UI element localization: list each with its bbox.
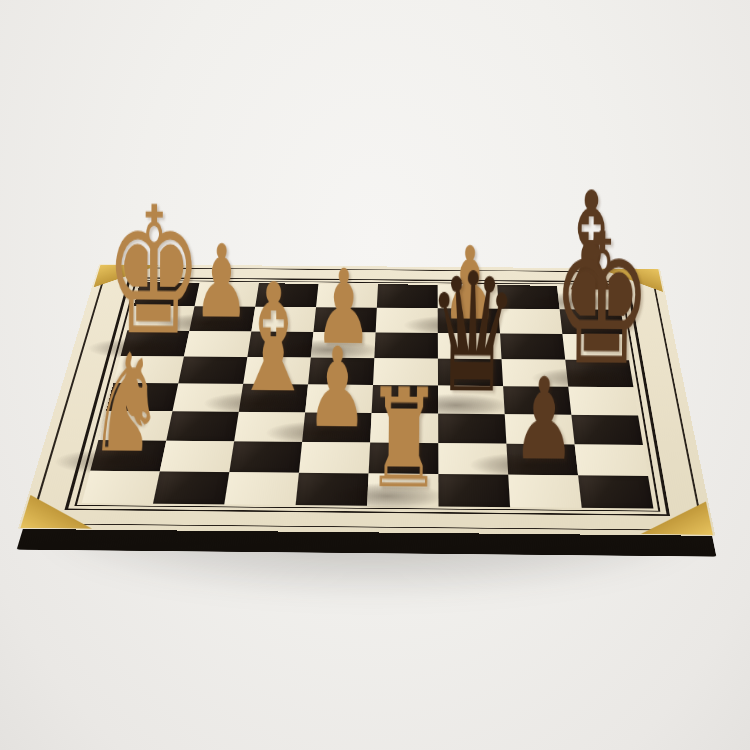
chess-board-grid: ♝♟♟♚♟♚♝♛♟♞♟♜ (82, 282, 654, 508)
square-h2[interactable]: ♞ (90, 440, 166, 471)
black-pawn-b2[interactable]: ♟ (512, 366, 576, 474)
square-c3[interactable] (438, 414, 506, 444)
chess-board: ♝♟♟♚♟♚♝♛♟♞♟♜ (18, 264, 715, 536)
square-g2[interactable] (160, 441, 234, 472)
studio-backdrop: ♝♟♟♚♟♚♝♛♟♞♟♜ (0, 0, 750, 750)
square-b1[interactable] (508, 475, 582, 508)
square-d1[interactable]: ♜ (367, 473, 438, 506)
square-f2[interactable] (229, 441, 302, 472)
square-c4[interactable]: ♛ (438, 386, 505, 415)
white-rook-d1[interactable]: ♜ (365, 374, 442, 505)
white-bishop-f4[interactable]: ♝ (231, 269, 315, 412)
square-b2[interactable]: ♟ (506, 444, 578, 476)
square-f4[interactable]: ♝ (239, 384, 308, 413)
white-knight-h2[interactable]: ♞ (88, 340, 164, 470)
square-g3[interactable] (166, 411, 239, 441)
board-top-surface: ♝♟♟♚♟♚♝♛♟♞♟♜ (18, 264, 715, 536)
square-a4[interactable] (568, 387, 638, 416)
square-f1[interactable] (224, 472, 299, 505)
square-c1[interactable] (438, 474, 510, 507)
square-a1[interactable] (578, 475, 653, 508)
square-a2[interactable] (575, 444, 648, 476)
white-pawn-e3[interactable]: ♟ (306, 336, 368, 441)
square-e2[interactable] (299, 442, 370, 473)
square-g1[interactable] (153, 471, 229, 504)
square-a3[interactable] (571, 415, 643, 445)
square-h1[interactable] (82, 471, 160, 504)
square-e3[interactable]: ♟ (302, 412, 371, 442)
